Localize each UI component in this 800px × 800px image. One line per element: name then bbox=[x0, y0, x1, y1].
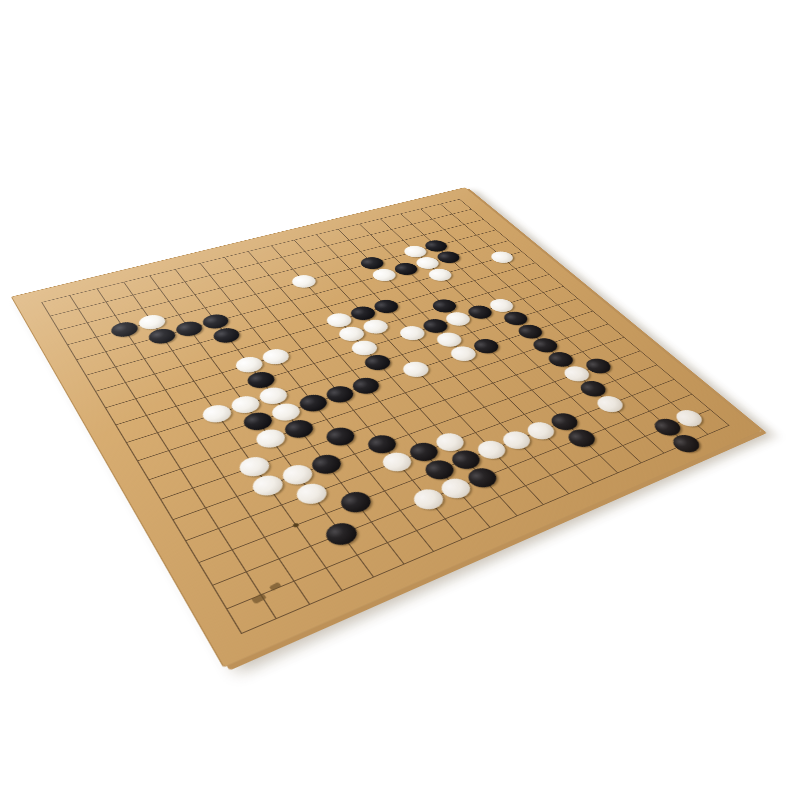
go-board bbox=[11, 187, 762, 667]
board-caption: 19x19 go board in perspective with a mid… bbox=[0, 0, 1, 1]
scene: 19x19 go board in perspective with a mid… bbox=[0, 0, 800, 800]
board-grid bbox=[41, 199, 729, 634]
